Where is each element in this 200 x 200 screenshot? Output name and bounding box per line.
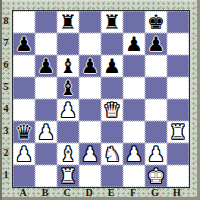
square-g5[interactable] — [145, 77, 167, 99]
square-h4[interactable] — [167, 99, 189, 121]
square-b8[interactable] — [35, 11, 57, 33]
square-f1[interactable] — [123, 165, 145, 187]
square-b1[interactable] — [35, 165, 57, 187]
file-label-e: E — [100, 187, 122, 200]
square-f7[interactable]: ♟ — [123, 33, 145, 55]
piece-black-bishop-c5[interactable]: ♝ — [59, 77, 77, 99]
square-d3[interactable] — [79, 121, 101, 143]
square-e1[interactable] — [101, 165, 123, 187]
rank-label-1: 1 — [0, 164, 12, 186]
piece-white-pawn-a2[interactable]: ♟ — [15, 143, 33, 165]
square-c4[interactable]: ♟ — [57, 99, 79, 121]
rank-label-6: 6 — [0, 54, 12, 76]
square-g2[interactable]: ♟ — [145, 143, 167, 165]
square-c2[interactable]: ♝ — [57, 143, 79, 165]
piece-white-knight-e2[interactable]: ♞ — [103, 143, 121, 165]
square-b7[interactable] — [35, 33, 57, 55]
square-c7[interactable] — [57, 33, 79, 55]
piece-black-pawn-e6[interactable]: ♟ — [103, 55, 121, 77]
square-e2[interactable]: ♞ — [101, 143, 123, 165]
piece-white-pawn-f2[interactable]: ♟ — [125, 143, 143, 165]
piece-black-pawn-d6[interactable]: ♟ — [81, 55, 99, 77]
piece-white-king-g1[interactable]: ♚ — [147, 165, 165, 187]
square-f8[interactable] — [123, 11, 145, 33]
square-a1[interactable] — [13, 165, 35, 187]
square-g6[interactable] — [145, 55, 167, 77]
rank-label-5: 5 — [0, 76, 12, 98]
square-c8[interactable]: ♜ — [57, 11, 79, 33]
square-a4[interactable] — [13, 99, 35, 121]
piece-white-queen-e4[interactable]: ♛ — [103, 99, 121, 121]
square-f2[interactable]: ♟ — [123, 143, 145, 165]
piece-black-bishop-c6[interactable]: ♝ — [59, 55, 77, 77]
piece-white-bishop-c2[interactable]: ♝ — [59, 143, 77, 165]
square-h3[interactable]: ♜ — [167, 121, 189, 143]
square-d6[interactable]: ♟ — [79, 55, 101, 77]
square-e7[interactable] — [101, 33, 123, 55]
square-e5[interactable] — [101, 77, 123, 99]
piece-black-king-g8[interactable]: ♚ — [147, 11, 165, 33]
chess-board: ♜♜♚♟♟♟♟♝♟♟♝♟♛♛♟♜♟♝♟♞♟♟♜♚ — [12, 10, 190, 188]
square-b4[interactable] — [35, 99, 57, 121]
piece-black-rook-c8[interactable]: ♜ — [59, 11, 77, 33]
piece-black-pawn-b6[interactable]: ♟ — [37, 55, 55, 77]
square-g7[interactable]: ♟ — [145, 33, 167, 55]
square-f6[interactable] — [123, 55, 145, 77]
square-c3[interactable] — [57, 121, 79, 143]
rank-label-7: 7 — [0, 32, 12, 54]
square-h2[interactable] — [167, 143, 189, 165]
file-label-c: C — [56, 187, 78, 200]
file-label-a: A — [12, 187, 34, 200]
square-g1[interactable]: ♚ — [145, 165, 167, 187]
square-h1[interactable] — [167, 165, 189, 187]
piece-black-rook-e8[interactable]: ♜ — [103, 11, 121, 33]
square-e4[interactable]: ♛ — [101, 99, 123, 121]
piece-white-rook-h3[interactable]: ♜ — [169, 121, 187, 143]
square-c1[interactable]: ♜ — [57, 165, 79, 187]
rank-label-2: 2 — [0, 142, 12, 164]
square-e3[interactable] — [101, 121, 123, 143]
file-label-f: F — [122, 187, 144, 200]
square-f5[interactable] — [123, 77, 145, 99]
square-b6[interactable]: ♟ — [35, 55, 57, 77]
square-d8[interactable] — [79, 11, 101, 33]
square-g8[interactable]: ♚ — [145, 11, 167, 33]
square-d5[interactable] — [79, 77, 101, 99]
square-d1[interactable] — [79, 165, 101, 187]
piece-white-pawn-c4[interactable]: ♟ — [59, 99, 77, 121]
rank-label-4: 4 — [0, 98, 12, 120]
piece-black-pawn-g7[interactable]: ♟ — [147, 33, 165, 55]
file-label-b: B — [34, 187, 56, 200]
piece-black-pawn-a7[interactable]: ♟ — [15, 33, 33, 55]
square-g4[interactable] — [145, 99, 167, 121]
square-e6[interactable]: ♟ — [101, 55, 123, 77]
square-d4[interactable] — [79, 99, 101, 121]
square-a3[interactable]: ♛ — [13, 121, 35, 143]
piece-black-pawn-f7[interactable]: ♟ — [125, 33, 143, 55]
square-f3[interactable] — [123, 121, 145, 143]
piece-black-queen-a3[interactable]: ♛ — [15, 121, 33, 143]
square-a6[interactable] — [13, 55, 35, 77]
square-h8[interactable] — [167, 11, 189, 33]
square-c5[interactable]: ♝ — [57, 77, 79, 99]
square-f4[interactable] — [123, 99, 145, 121]
square-a5[interactable] — [13, 77, 35, 99]
rank-label-8: 8 — [0, 10, 12, 32]
square-d2[interactable]: ♟ — [79, 143, 101, 165]
rank-label-3: 3 — [0, 120, 12, 142]
square-a7[interactable]: ♟ — [13, 33, 35, 55]
square-b5[interactable] — [35, 77, 57, 99]
square-h6[interactable] — [167, 55, 189, 77]
piece-white-pawn-b3[interactable]: ♟ — [37, 121, 55, 143]
square-d7[interactable] — [79, 33, 101, 55]
square-b3[interactable]: ♟ — [35, 121, 57, 143]
square-h7[interactable] — [167, 33, 189, 55]
piece-white-pawn-d2[interactable]: ♟ — [81, 143, 99, 165]
square-a2[interactable]: ♟ — [13, 143, 35, 165]
file-label-h: H — [166, 187, 188, 200]
file-label-g: G — [144, 187, 166, 200]
square-c6[interactable]: ♝ — [57, 55, 79, 77]
file-label-d: D — [78, 187, 100, 200]
piece-white-rook-c1[interactable]: ♜ — [59, 165, 77, 187]
square-b2[interactable] — [35, 143, 57, 165]
square-a8[interactable] — [13, 11, 35, 33]
chess-app-window: ♜♜♚♟♟♟♟♝♟♟♝♟♛♛♟♜♟♝♟♞♟♟♜♚ 87654321 ABCDEF… — [0, 0, 200, 200]
square-h5[interactable] — [167, 77, 189, 99]
square-e8[interactable]: ♜ — [101, 11, 123, 33]
piece-white-pawn-g2[interactable]: ♟ — [147, 143, 165, 165]
square-g3[interactable] — [145, 121, 167, 143]
